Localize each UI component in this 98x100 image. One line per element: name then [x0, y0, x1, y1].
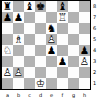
white-pawn-fill: ♟: [46, 33, 57, 45]
file-label-g: g: [68, 91, 79, 99]
file-label-d: d: [35, 91, 46, 99]
square-a2[interactable]: ♟♙: [2, 67, 13, 78]
rank-label-7: 7: [93, 12, 96, 23]
white-knight-fill: ♞: [2, 44, 13, 56]
rank-label-5: 5: [93, 34, 96, 45]
white-pawn-fill: ♟: [13, 66, 24, 78]
square-d8[interactable]: ♚: [35, 1, 46, 12]
piece-white-rook: ♖: [57, 11, 68, 23]
rank-label-6: 6: [93, 23, 96, 34]
square-f2[interactable]: [57, 67, 68, 78]
square-e3[interactable]: [46, 56, 57, 67]
square-g3[interactable]: [68, 56, 79, 67]
square-a1[interactable]: [2, 78, 13, 89]
square-c2[interactable]: [24, 67, 35, 78]
piece-white-pawn: ♙: [79, 55, 90, 67]
file-label-e: e: [46, 91, 57, 99]
piece-white-pawn: ♙: [2, 66, 13, 78]
square-h8[interactable]: [79, 1, 90, 12]
file-label-h: h: [79, 91, 90, 99]
piece-black-king: ♚: [35, 0, 46, 12]
square-c7[interactable]: [24, 12, 35, 23]
piece-black-pawn: ♟: [13, 11, 24, 23]
square-b1[interactable]: [13, 78, 24, 89]
piece-black-bishop: ♝: [24, 0, 35, 12]
square-f4[interactable]: [57, 45, 68, 56]
piece-white-bishop: ♗: [13, 33, 24, 45]
square-h6[interactable]: [79, 23, 90, 34]
square-d1[interactable]: ♚♔: [35, 78, 46, 89]
piece-black-pawn: ♟: [57, 55, 68, 67]
piece-black-pawn: ♟: [46, 44, 57, 56]
white-pawn-fill: ♟: [2, 66, 13, 78]
square-e5[interactable]: ♟♙: [46, 34, 57, 45]
rank-label-4: 4: [93, 45, 96, 56]
square-d7[interactable]: [35, 12, 46, 23]
rank-labels: 87654321: [93, 1, 96, 89]
file-label-b: b: [13, 91, 24, 99]
square-d5[interactable]: [35, 34, 46, 45]
white-king-fill: ♚: [35, 77, 46, 89]
piece-black-pawn: ♟: [79, 44, 90, 56]
square-e6[interactable]: ♞: [46, 23, 57, 34]
square-f7[interactable]: ♜♖: [57, 12, 68, 23]
square-f6[interactable]: [57, 23, 68, 34]
square-a5[interactable]: [2, 34, 13, 45]
square-h1[interactable]: [79, 78, 90, 89]
square-c8[interactable]: ♝: [24, 1, 35, 12]
rank-label-1: 1: [93, 78, 96, 89]
square-e2[interactable]: [46, 67, 57, 78]
white-bishop-fill: ♝: [13, 33, 24, 45]
chess-board: ♜♝♚♝♟♟♜♖♞♝♗♟♙♞♘♟♟♟♟♙♟♙♟♙♚♔: [0, 0, 91, 90]
square-d4[interactable]: [35, 45, 46, 56]
square-g8[interactable]: [68, 1, 79, 12]
square-e8[interactable]: [46, 1, 57, 12]
square-c3[interactable]: [24, 56, 35, 67]
piece-black-bishop: ♝: [57, 0, 68, 12]
piece-white-pawn: ♙: [13, 66, 24, 78]
piece-white-pawn: ♙: [46, 33, 57, 45]
file-labels: abcdefgh: [2, 91, 90, 99]
square-a7[interactable]: ♟: [2, 12, 13, 23]
square-b6[interactable]: [13, 23, 24, 34]
piece-white-king: ♔: [35, 77, 46, 89]
square-c1[interactable]: [24, 78, 35, 89]
square-g6[interactable]: [68, 23, 79, 34]
square-e1[interactable]: [46, 78, 57, 89]
square-g4[interactable]: [68, 45, 79, 56]
square-g2[interactable]: [68, 67, 79, 78]
square-a4[interactable]: ♞♘: [2, 45, 13, 56]
square-e4[interactable]: ♟: [46, 45, 57, 56]
square-c6[interactable]: [24, 23, 35, 34]
square-b5[interactable]: ♝♗: [13, 34, 24, 45]
square-f5[interactable]: [57, 34, 68, 45]
square-h2[interactable]: [79, 67, 90, 78]
file-label-c: c: [24, 91, 35, 99]
rank-label-3: 3: [93, 56, 96, 67]
square-c4[interactable]: [24, 45, 35, 56]
rank-label-8: 8: [93, 1, 96, 12]
square-f1[interactable]: [57, 78, 68, 89]
square-b2[interactable]: ♟♙: [13, 67, 24, 78]
chess-diagram: ♜♝♚♝♟♟♜♖♞♝♗♟♙♞♘♟♟♟♟♙♟♙♟♙♚♔ 87654321 abcd…: [0, 0, 98, 100]
piece-white-knight: ♘: [2, 44, 13, 56]
rank-label-2: 2: [93, 67, 96, 78]
square-d2[interactable]: [35, 67, 46, 78]
square-b7[interactable]: ♟: [13, 12, 24, 23]
square-g7[interactable]: [68, 12, 79, 23]
square-g1[interactable]: [68, 78, 79, 89]
square-b8[interactable]: [13, 1, 24, 12]
piece-black-pawn: ♟: [2, 11, 13, 23]
square-h3[interactable]: ♟♙: [79, 56, 90, 67]
piece-black-knight: ♞: [46, 22, 57, 34]
square-a8[interactable]: ♜: [2, 1, 13, 12]
square-e7[interactable]: [46, 12, 57, 23]
piece-black-rook: ♜: [2, 0, 13, 12]
square-g5[interactable]: [68, 34, 79, 45]
square-a3[interactable]: [2, 56, 13, 67]
square-f8[interactable]: ♝: [57, 1, 68, 12]
square-h4[interactable]: ♟: [79, 45, 90, 56]
square-h5[interactable]: [79, 34, 90, 45]
square-f3[interactable]: ♟: [57, 56, 68, 67]
white-rook-fill: ♜: [57, 11, 68, 23]
square-h7[interactable]: [79, 12, 90, 23]
file-label-a: a: [2, 91, 13, 99]
square-d6[interactable]: [35, 23, 46, 34]
square-c5[interactable]: [24, 34, 35, 45]
square-b3[interactable]: [13, 56, 24, 67]
square-b4[interactable]: [13, 45, 24, 56]
square-d3[interactable]: [35, 56, 46, 67]
white-pawn-fill: ♟: [79, 55, 90, 67]
square-a6[interactable]: [2, 23, 13, 34]
file-label-f: f: [57, 91, 68, 99]
